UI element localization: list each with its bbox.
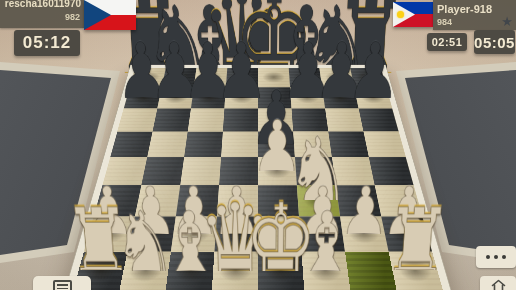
dot-icon: [502, 255, 506, 259]
white-king-e1[interactable]: ♚: [244, 168, 319, 270]
square-h1[interactable]: ♜: [389, 252, 444, 290]
move-list-icon: [53, 280, 72, 290]
white-rook-h1[interactable]: ♜: [382, 176, 457, 271]
black-pawn-h7[interactable]: ♟: [346, 15, 405, 97]
black-move-clock: 02:51: [427, 33, 467, 51]
square-a6[interactable]: [117, 108, 157, 131]
square-h6[interactable]: [359, 108, 399, 131]
board-perspective-wrapper: ♜♞♝♛♚♝♞♜♟♟♟♟♟♟♟♟♟♞♟♟♟♟♟♟♟♜♞♝♛♚♝♜: [18, 0, 498, 290]
white-clock: 05:12: [14, 30, 80, 56]
square-b5[interactable]: [147, 132, 187, 157]
philippines-flag-sun: [397, 11, 404, 18]
philippines-flag-icon: [393, 2, 433, 27]
white-player-name: rescha16011970: [0, 0, 84, 9]
white-player-rating: 982: [0, 12, 84, 22]
czech-flag-icon: [84, 0, 136, 30]
game-screen: ♜♞♝♛♚♝♞♜♟♟♟♟♟♟♟♟♟♞♟♟♟♟♟♟♟♜♞♝♛♚♝♜ rescha1…: [0, 0, 516, 290]
square-h5[interactable]: [363, 132, 405, 157]
square-b6[interactable]: [153, 108, 191, 131]
square-c6[interactable]: [188, 108, 225, 131]
square-h7[interactable]: ♟: [354, 87, 392, 108]
dot-icon: [494, 255, 498, 259]
move-list-button[interactable]: [33, 276, 91, 290]
square-e1[interactable]: ♚: [258, 252, 304, 290]
player-panel-black: Player-918 984 ★: [433, 0, 516, 30]
square-c5[interactable]: [184, 132, 223, 157]
square-a5[interactable]: [110, 132, 152, 157]
favorite-star-icon[interactable]: ★: [501, 15, 513, 28]
black-clock: 05:05: [474, 30, 515, 54]
home-icon: [491, 279, 506, 290]
home-button[interactable]: [480, 276, 516, 290]
player-panel-white: rescha16011970 982: [0, 0, 84, 28]
more-options-button[interactable]: [476, 246, 516, 268]
dot-icon: [486, 255, 490, 259]
chess-board[interactable]: ♜♞♝♛♚♝♞♜♟♟♟♟♟♟♟♟♟♞♟♟♟♟♟♟♟♜♞♝♛♚♝♜: [63, 65, 453, 290]
black-player-name: Player-918: [433, 0, 516, 15]
